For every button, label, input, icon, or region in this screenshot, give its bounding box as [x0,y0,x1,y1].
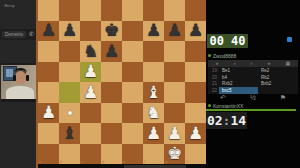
move-row-22: 22bxc5 [208,87,298,94]
black-king-d7: ♚ [101,21,122,42]
move-19-black[interactable]: Re2 [258,67,298,74]
square-g4[interactable] [164,82,185,103]
white-pawn-c4: ♟ [80,82,101,103]
call-contact-label: Demetrio [2,31,26,38]
chess-board[interactable]: ♟♟♚♟♟♟♞♟♟♟♝♟♞♝♟♟♟abcdef♚gh [38,0,206,164]
game-actions: ↶½⚑ [220,94,286,102]
square-e5[interactable] [122,62,143,83]
prev-move-icon[interactable]: ‹ [234,60,236,67]
left-sidebar: · Betsy Demetrio ✆ [0,0,36,168]
square-b7[interactable]: ♟ [59,21,80,42]
move-20-white[interactable]: b4 [219,74,258,81]
square-e7[interactable] [122,21,143,42]
square-h8[interactable] [185,0,206,21]
square-h1[interactable]: h [185,144,206,165]
phone-icon[interactable]: ✆ [29,31,34,38]
square-c7[interactable] [80,21,101,42]
square-g1[interactable]: ♚g [164,144,185,165]
first-move-icon[interactable]: « [216,60,219,67]
square-e8[interactable] [122,0,143,21]
panel-toggle-icon[interactable] [287,37,292,42]
online-dot [208,54,211,57]
square-d4[interactable] [101,82,122,103]
square-a6[interactable] [38,41,59,62]
square-a5[interactable] [38,62,59,83]
white-king-g1: ♚ [164,144,185,165]
move-row-20: 20b4Rb2 [208,74,298,81]
black-pawn-d6: ♟ [101,41,122,62]
webcam-video [1,63,37,102]
move-row-21: 21Rxb2Bxb2 [208,81,298,88]
webcam-person-shirt [6,86,34,100]
square-a4[interactable] [38,82,59,103]
black-bishop-b2: ♝ [59,123,80,144]
square-a1[interactable]: a [38,144,59,165]
player-accent-underline [206,109,296,111]
headphone-cup-left [13,75,16,81]
square-e3[interactable] [122,103,143,124]
opponent-player-row[interactable]: Zwod8888 [208,52,236,59]
white-pawn-c5: ♟ [80,62,101,83]
square-b2[interactable]: ♝ [59,123,80,144]
square-b6[interactable] [59,41,80,62]
black-pawn-f7: ♟ [143,21,164,42]
square-d7[interactable]: ♚ [101,21,122,42]
square-b3[interactable] [59,103,80,124]
black-pawn-h7: ♟ [185,21,206,42]
move-19-white[interactable]: Be1 [219,67,258,74]
player-clock: 02:14 [206,112,247,129]
square-c3[interactable] [80,103,101,124]
move-22-black[interactable] [258,87,298,94]
square-g6[interactable] [164,41,185,62]
square-a3[interactable]: ♟ [38,103,59,124]
move-21-black[interactable]: Bxb2 [258,81,298,88]
square-f1[interactable]: f [143,144,164,165]
square-c2[interactable] [80,123,101,144]
square-e2[interactable] [122,123,143,144]
analysis-board-icon[interactable]: ▦ [286,60,291,67]
sidebar-title: · Betsy [2,3,14,8]
move-number: 19 [208,68,219,73]
headphone-cup-right [26,75,29,81]
webcam-top-border [1,63,37,65]
square-c5[interactable]: ♟ [80,62,101,83]
square-a2[interactable] [38,123,59,144]
square-d5[interactable] [101,62,122,83]
move-22-white[interactable]: bxc5 [219,87,258,94]
square-h3[interactable] [185,103,206,124]
move-20-black[interactable]: Rb2 [258,74,298,81]
board-bottom-bar [38,164,206,168]
opponent-clock: 00 40 [207,34,248,48]
square-b8[interactable] [59,0,80,21]
online-dot [208,104,211,107]
square-h5[interactable] [185,62,206,83]
square-b5[interactable] [59,62,80,83]
next-move-icon[interactable]: › [251,60,253,67]
square-f5[interactable] [143,62,164,83]
square-g7[interactable]: ♟ [164,21,185,42]
clock-minutes: 02 [207,113,223,128]
square-f2[interactable]: ♟ [143,123,164,144]
call-row[interactable]: Demetrio ✆ [0,29,36,40]
player-row[interactable]: KonstantinXX [208,102,243,109]
opponent-name[interactable]: Zwod8888 [213,53,236,59]
square-g3[interactable] [164,103,185,124]
move-number: 21 [208,81,219,86]
white-bishop-f4: ♝ [143,82,164,103]
square-e1[interactable]: e [122,144,143,165]
webcam-bottom-border [1,99,37,102]
square-f3[interactable]: ♞ [143,103,164,124]
black-pawn-b7: ♟ [59,21,80,42]
move-21-white[interactable]: Rxb2 [219,81,258,88]
square-d8[interactable] [101,0,122,21]
move-hint-dot [68,111,72,115]
takeback-icon[interactable]: ↶ [220,94,226,102]
square-d2[interactable] [101,123,122,144]
white-pawn-h2: ♟ [185,123,206,144]
square-f4[interactable]: ♝ [143,82,164,103]
square-h2[interactable]: ♟ [185,123,206,144]
square-g2[interactable]: ♟ [164,123,185,144]
square-c8[interactable] [80,0,101,21]
webcam-monitor-glow [6,69,13,77]
move-number: 20 [208,75,219,80]
square-a7[interactable]: ♟ [38,21,59,42]
square-a8[interactable] [38,0,59,21]
clock-seconds: 14 [230,113,246,128]
square-b4[interactable] [59,82,80,103]
square-e6[interactable] [122,41,143,62]
move-list[interactable]: 19Be1Re220b4Rb221Rxb2Bxb222bxc5 [208,67,298,94]
white-knight-f3: ♞ [143,103,164,124]
white-pawn-a3: ♟ [38,103,59,124]
move-number: 22 [208,88,219,93]
last-move-icon[interactable]: » [268,60,271,67]
square-g8[interactable] [164,0,185,21]
black-pawn-a7: ♟ [38,21,59,42]
square-c6[interactable]: ♞ [80,41,101,62]
square-f6[interactable] [143,41,164,62]
white-pawn-g2: ♟ [164,123,185,144]
square-d6[interactable]: ♟ [101,41,122,62]
square-h7[interactable]: ♟ [185,21,206,42]
player-name[interactable]: KonstantinXX [213,103,243,109]
square-b1[interactable]: b [59,144,80,165]
square-e4[interactable] [122,82,143,103]
resign-icon[interactable]: ⚑ [280,94,286,102]
square-f7[interactable]: ♟ [143,21,164,42]
black-pawn-g7: ♟ [164,21,185,42]
square-d3[interactable] [101,103,122,124]
game-panel: 00 40 Zwod8888 «‹›»▦ 19Be1Re220b4Rb221Rx… [206,0,300,168]
square-f8[interactable] [143,0,164,21]
square-g5[interactable] [164,62,185,83]
draw-offer-icon[interactable]: ½ [250,94,256,102]
black-knight-c6: ♞ [80,41,101,62]
square-c1[interactable]: c [80,144,101,165]
white-pawn-f2: ♟ [143,123,164,144]
move-row-19: 19Be1Re2 [208,67,298,74]
square-h4[interactable] [185,82,206,103]
board-bottom-box [124,165,186,168]
square-c4[interactable]: ♟ [80,82,101,103]
move-nav-bar: «‹›»▦ [208,60,298,67]
square-h6[interactable] [185,41,206,62]
app-window: · Betsy Demetrio ✆ ♟♟♚♟♟♟♞♟♟♟♝♟♞♝♟♟♟abcd… [0,0,300,168]
square-d1[interactable]: d [101,144,122,165]
